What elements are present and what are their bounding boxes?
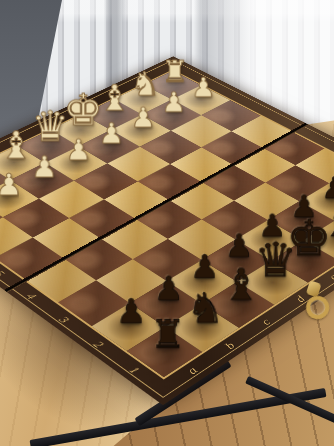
rank-label-3: 3 [53,312,76,327]
file-label-c: c [254,314,277,329]
file-label-a: a [180,362,204,378]
rank-label-4: 4 [20,289,42,303]
rank-label-5: 5 [0,267,11,281]
photo-chess-scene: ♜♞♝♛♚♝♞♜♟♟♟♟♟♟♟♟♟♟♟♟♟♟♟♟♜♞♝♛♚♝♞♜ abcdefg… [0,0,334,446]
board-3d-scene: ♜♞♝♛♚♝♞♜♟♟♟♟♟♟♟♟♟♟♟♟♟♟♟♟♜♞♝♛♚♝♞♜ abcdefg… [0,0,334,446]
board-grid: ♜♞♝♛♚♝♞♜♟♟♟♟♟♟♟♟♟♟♟♟♟♟♟♟♜♞♝♛♚♝♞♜ [0,71,334,377]
board-frame: ♜♞♝♛♚♝♞♜♟♟♟♟♟♟♟♟♟♟♟♟♟♟♟♟♜♞♝♛♚♝♞♜ abcdefg… [0,56,334,405]
file-label-b: b [218,338,242,354]
rank-label-2: 2 [87,337,110,353]
clasp-hook [306,280,322,297]
rank-label-1: 1 [122,362,146,378]
chess-board: ♜♞♝♛♚♝♞♜♟♟♟♟♟♟♟♟♟♟♟♟♟♟♟♟♜♞♝♛♚♝♞♜ abcdefg… [0,56,334,405]
